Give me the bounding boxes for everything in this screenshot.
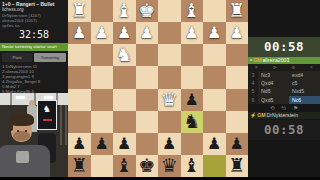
square-d1[interactable]: [158, 0, 181, 22]
move-number: 3: [248, 71, 258, 79]
move-black[interactable]: Nxd5: [289, 87, 320, 95]
square-d7[interactable]: ♟: [158, 133, 181, 155]
white-pawn-h2[interactable]: ♟: [68, 25, 91, 41]
white-knight-f3[interactable]: ♞: [113, 45, 136, 64]
square-g4[interactable]: [91, 66, 114, 88]
white-bishop-f1[interactable]: ♝: [113, 1, 136, 20]
square-f3[interactable]: ♞: [113, 44, 136, 66]
square-h3[interactable]: [68, 44, 91, 66]
square-c6[interactable]: ♞: [181, 111, 204, 133]
square-a3[interactable]: [226, 44, 249, 66]
square-b2[interactable]: ♟: [203, 22, 226, 44]
square-c8[interactable]: ♝: [181, 155, 204, 177]
game-actions: ⟲ ½ ⚑: [248, 104, 320, 112]
black-rook-a8[interactable]: ♜: [226, 156, 249, 175]
black-pawn-g7[interactable]: ♟: [91, 135, 114, 151]
black-pawn-a7[interactable]: ♟: [226, 135, 249, 151]
berserk-bolt-icon: ⚡: [248, 112, 257, 118]
move-white[interactable]: Qxd5: [258, 96, 289, 104]
club-poster: ♞: [37, 100, 57, 130]
square-h1[interactable]: ♜: [68, 0, 91, 22]
white-king-e1[interactable]: ♚: [136, 1, 159, 20]
square-h2[interactable]: ♟: [68, 22, 91, 44]
move-number: 5: [248, 87, 258, 95]
white-bishop-c1[interactable]: ♝: [181, 1, 204, 20]
square-b7[interactable]: ♟: [203, 133, 226, 155]
square-d5[interactable]: ♛: [158, 89, 181, 111]
stream-timer: 32:58: [0, 29, 68, 40]
gm-title: GM: [257, 112, 266, 118]
black-rook-h8[interactable]: ♜: [68, 156, 91, 175]
move-row: 3Nc3exd4: [248, 71, 320, 79]
player-name-black[interactable]: DrNykterstein: [267, 112, 298, 118]
square-g8[interactable]: [91, 155, 114, 177]
overlay-tab-game[interactable]: Parti: [2, 53, 32, 62]
square-c2[interactable]: ♟: [181, 22, 204, 44]
move-black[interactable]: Nc6: [289, 96, 320, 104]
square-f1[interactable]: ♝: [113, 0, 136, 22]
square-f6[interactable]: [113, 111, 136, 133]
square-g7[interactable]: ♟: [91, 133, 114, 155]
black-knight-c6[interactable]: ♞: [181, 112, 204, 131]
close-icon[interactable]: ×: [310, 64, 313, 71]
move-black[interactable]: c5: [289, 79, 320, 87]
square-e1[interactable]: ♚: [136, 0, 159, 22]
game-panel: 00:58 ●GMalireza2003 ≡ ⟳ ⚙ × 3Nc3exd44Qx…: [248, 0, 320, 180]
square-b8[interactable]: [203, 155, 226, 177]
black-queen-d8[interactable]: ♛: [158, 156, 181, 175]
square-a6[interactable]: [226, 111, 249, 133]
square-c4[interactable]: [181, 66, 204, 88]
meta-line: spilles nå: [2, 23, 66, 28]
webcam: ♞: [0, 93, 68, 177]
square-h6[interactable]: [68, 111, 91, 133]
square-b5[interactable]: [203, 89, 226, 111]
square-f5[interactable]: [113, 89, 136, 111]
square-a8[interactable]: ♜: [226, 155, 249, 177]
square-f4[interactable]: [113, 66, 136, 88]
flip-icon[interactable]: ⟳: [273, 64, 277, 71]
draw-offer-icon[interactable]: ½: [282, 104, 287, 112]
square-d6[interactable]: [158, 111, 181, 133]
square-a5[interactable]: [226, 89, 249, 111]
letterbox-bar: [0, 177, 320, 180]
square-e7[interactable]: [136, 133, 159, 155]
move-number: 6: [248, 96, 258, 104]
square-a7[interactable]: ♟: [226, 133, 249, 155]
square-e6[interactable]: [136, 111, 159, 133]
square-d2[interactable]: [158, 22, 181, 44]
square-b6[interactable]: [203, 111, 226, 133]
move-white[interactable]: Nc3: [258, 71, 289, 79]
move-list: ≡ ⟳ ⚙ × 3Nc3exd44Qxd4c55Nd5Nxd56Qxd5Nc6: [248, 64, 320, 104]
square-c5[interactable]: ♟: [181, 89, 204, 111]
move-white[interactable]: Nd5: [258, 87, 289, 95]
player-name-white[interactable]: alireza2003: [262, 57, 289, 63]
chess-board[interactable]: ♜♝♚♝♜♟♟♟♟♟♟♟♞♛♟♞♟♟♟♟♟♟♜♝♚♛♝♜: [68, 0, 248, 177]
square-g1[interactable]: [91, 0, 114, 22]
stream-screenshot: 1+0 – Rangert – Bullet lichess.org DrNyk…: [0, 0, 320, 180]
square-h5[interactable]: [68, 89, 91, 111]
square-b1[interactable]: [203, 0, 226, 22]
move-row: 5Nd5Nxd5: [248, 87, 320, 95]
menu-icon[interactable]: ≡: [255, 64, 258, 71]
white-pawn-c2[interactable]: ♟: [181, 25, 204, 41]
square-g5[interactable]: [91, 89, 114, 111]
move-list-toolbar[interactable]: ≡ ⟳ ⚙ ×: [248, 64, 320, 71]
square-e5[interactable]: [136, 89, 159, 111]
square-e8[interactable]: ♚: [136, 155, 159, 177]
square-a1[interactable]: ♜: [226, 0, 249, 22]
square-g2[interactable]: ♟: [91, 22, 114, 44]
square-a4[interactable]: [226, 66, 249, 88]
player-bar-white[interactable]: ●GMalireza2003: [248, 57, 320, 64]
square-c1[interactable]: ♝: [181, 0, 204, 22]
move-row: 4Qxd4c5: [248, 79, 320, 87]
takeback-icon[interactable]: ⟲: [270, 104, 275, 112]
white-queen-d5[interactable]: ♛: [158, 89, 181, 108]
ceiling-light: [44, 96, 53, 99]
clock-black: 00:58: [248, 120, 320, 140]
white-pawn-a2[interactable]: ♟: [226, 25, 249, 41]
site-subtitle: lichess.org: [2, 7, 66, 12]
knight-logo-icon: ♞: [38, 101, 56, 118]
square-h4[interactable]: [68, 66, 91, 88]
square-b3[interactable]: [203, 44, 226, 66]
square-g3[interactable]: [91, 44, 114, 66]
square-d3[interactable]: [158, 44, 181, 66]
white-pawn-g2[interactable]: ♟: [91, 25, 114, 41]
square-c3[interactable]: [181, 44, 204, 66]
white-pawn-b2[interactable]: ♟: [203, 25, 226, 41]
square-h7[interactable]: ♟: [68, 133, 91, 155]
standings-list: 1 DrNykterstein 112 alireza2003 103 peng…: [2, 64, 66, 93]
black-pawn-d7[interactable]: ♟: [158, 135, 181, 151]
move-black[interactable]: exd4: [289, 71, 320, 79]
square-c7[interactable]: [181, 133, 204, 155]
square-b4[interactable]: [203, 66, 226, 88]
overlay-tab-tournament[interactable]: Turnering: [34, 53, 66, 62]
square-d8[interactable]: ♛: [158, 155, 181, 177]
ceiling-light: [16, 96, 25, 99]
clock-white: 00:58: [248, 37, 320, 57]
stream-overlay-panel: 1+0 – Rangert – Bullet lichess.org DrNyk…: [0, 0, 68, 180]
move-white[interactable]: Qxd4: [258, 79, 289, 87]
resign-icon[interactable]: ⚑: [293, 104, 298, 112]
white-rook-h1[interactable]: ♜: [68, 1, 91, 20]
square-f8[interactable]: ♝: [113, 155, 136, 177]
white-pawn-e2[interactable]: ♟: [136, 25, 159, 41]
black-king-e8[interactable]: ♚: [136, 156, 159, 175]
player-bar-black[interactable]: ⚡GMDrNykterstein: [248, 112, 320, 119]
move-row: 6Qxd5Nc6: [248, 96, 320, 104]
black-pawn-c5[interactable]: ♟: [181, 91, 204, 107]
square-e4[interactable]: [136, 66, 159, 88]
black-pawn-b7[interactable]: ♟: [203, 135, 226, 151]
square-f2[interactable]: ♟: [113, 22, 136, 44]
square-a2[interactable]: ♟: [226, 22, 249, 44]
square-e2[interactable]: ♟: [136, 22, 159, 44]
square-f7[interactable]: ♟: [113, 133, 136, 155]
square-g6[interactable]: [91, 111, 114, 133]
black-bishop-f8[interactable]: ♝: [113, 156, 136, 175]
tournament-ticker: Neste turnering startar snart: [0, 43, 68, 51]
square-d4[interactable]: [158, 66, 181, 88]
white-rook-a1[interactable]: ♜: [226, 1, 249, 20]
gear-icon[interactable]: ⚙: [291, 64, 295, 71]
square-h8[interactable]: ♜: [68, 155, 91, 177]
black-bishop-c8[interactable]: ♝: [181, 156, 204, 175]
black-pawn-f7[interactable]: ♟: [113, 135, 136, 151]
move-number: 4: [248, 79, 258, 87]
black-pawn-h7[interactable]: ♟: [68, 135, 91, 151]
square-e3[interactable]: [136, 44, 159, 66]
white-pawn-f2[interactable]: ♟: [113, 25, 136, 41]
